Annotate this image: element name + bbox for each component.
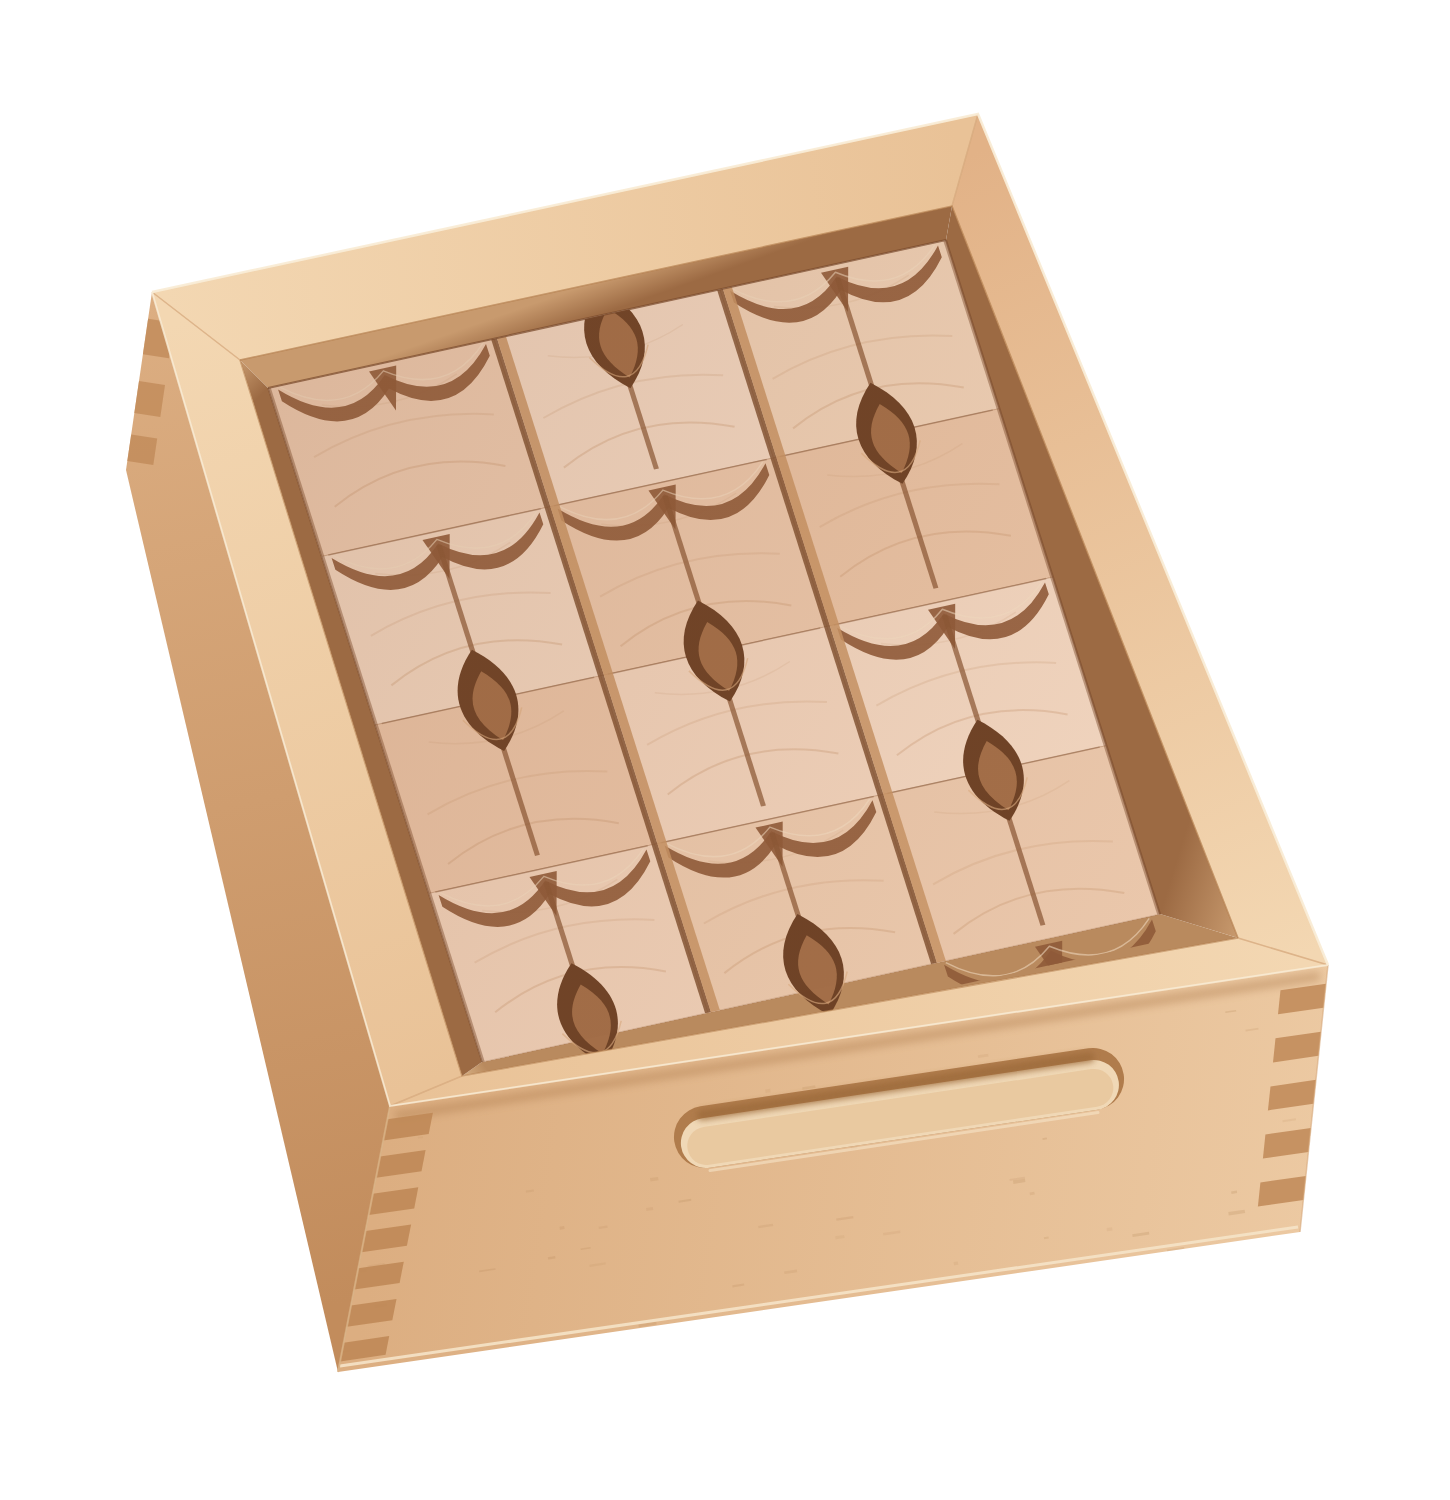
finger-joint bbox=[134, 381, 165, 417]
product-photo bbox=[0, 0, 1450, 1500]
finger-joint bbox=[127, 434, 157, 465]
wood-fleck bbox=[954, 1261, 959, 1265]
